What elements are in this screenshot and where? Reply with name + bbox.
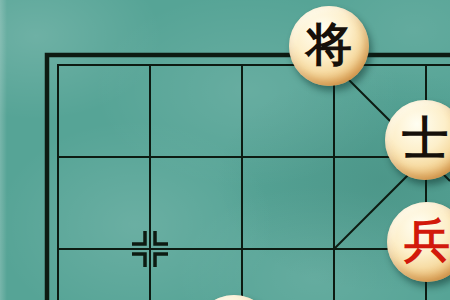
unknown-piece[interactable] <box>194 295 274 300</box>
board-grid[interactable]: 将士兵 <box>12 19 450 300</box>
xiangqi-board-screen: 将士兵 <box>0 0 450 300</box>
red-soldier-glyph: 兵 <box>404 217 450 263</box>
red-soldier[interactable]: 兵 <box>387 202 450 282</box>
black-general-glyph: 将 <box>306 21 352 67</box>
black-advisor[interactable]: 士 <box>385 100 450 180</box>
black-advisor-glyph: 士 <box>402 115 448 161</box>
black-general[interactable]: 将 <box>289 6 369 86</box>
